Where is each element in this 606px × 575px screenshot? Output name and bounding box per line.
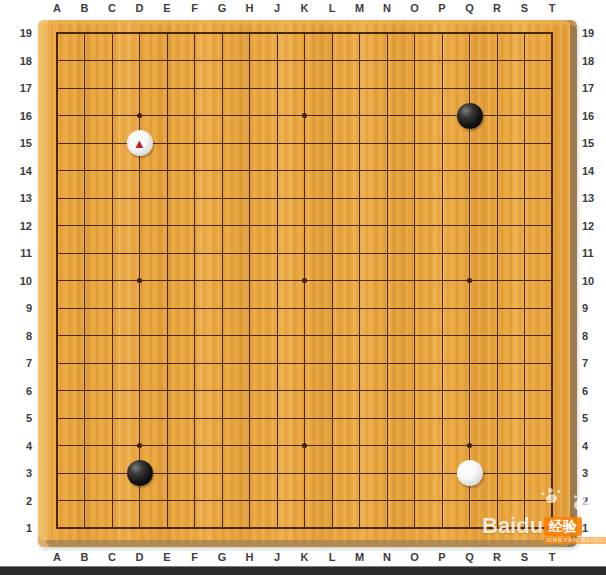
row-label-left-14: 14 (8, 164, 32, 178)
col-label-top-N: N (377, 2, 397, 14)
baidu-jingyan-watermark: Baidu 经验 JINGYAN.BAIDU.COM (478, 492, 606, 546)
row-label-right-16: 16 (582, 109, 606, 123)
row-label-right-6: 6 (582, 384, 606, 398)
row-label-right-10: 10 (582, 274, 606, 288)
row-label-left-9: 9 (8, 301, 32, 315)
row-label-right-11: 11 (582, 246, 606, 260)
row-label-left-7: 7 (8, 356, 32, 370)
paw-icon (573, 498, 589, 512)
col-label-top-S: S (515, 2, 535, 14)
stones-layer: ▲ (43, 19, 566, 542)
col-label-top-Q: Q (460, 2, 480, 14)
row-label-left-6: 6 (8, 384, 32, 398)
col-label-top-C: C (102, 2, 122, 14)
col-label-bottom-B: B (75, 551, 95, 563)
col-label-bottom-P: P (432, 551, 452, 563)
row-label-right-18: 18 (582, 54, 606, 68)
row-label-right-19: 19 (582, 26, 606, 40)
stone-black-D3 (127, 460, 153, 486)
col-label-bottom-C: C (102, 551, 122, 563)
watermark-subtext: JINGYAN.BAIDU.COM (544, 537, 606, 544)
col-label-top-M: M (350, 2, 370, 14)
row-label-right-9: 9 (582, 301, 606, 315)
row-label-left-8: 8 (8, 329, 32, 343)
row-label-right-3: 3 (582, 466, 606, 480)
row-label-right-17: 17 (582, 81, 606, 95)
row-label-right-4: 4 (582, 439, 606, 453)
col-label-top-F: F (185, 2, 205, 14)
col-label-bottom-E: E (157, 551, 177, 563)
col-label-top-R: R (487, 2, 507, 14)
watermark-badge: 经验 (544, 517, 582, 536)
row-label-left-12: 12 (8, 219, 32, 233)
col-label-top-J: J (267, 2, 287, 14)
row-label-left-2: 2 (8, 494, 32, 508)
row-label-left-15: 15 (8, 136, 32, 150)
col-label-bottom-A: A (47, 551, 67, 563)
row-label-right-12: 12 (582, 219, 606, 233)
col-label-top-H: H (240, 2, 260, 14)
col-label-bottom-O: O (405, 551, 425, 563)
stone-white-Q3 (457, 460, 483, 486)
row-label-right-5: 5 (582, 411, 606, 425)
row-label-left-16: 16 (8, 109, 32, 123)
row-label-right-7: 7 (582, 356, 606, 370)
col-label-top-P: P (432, 2, 452, 14)
row-label-left-5: 5 (8, 411, 32, 425)
col-label-bottom-K: K (295, 551, 315, 563)
row-label-left-19: 19 (8, 26, 32, 40)
col-label-bottom-H: H (240, 551, 260, 563)
col-label-bottom-N: N (377, 551, 397, 563)
col-label-bottom-M: M (350, 551, 370, 563)
col-label-bottom-S: S (515, 551, 535, 563)
window-bottom-bar (0, 566, 606, 575)
col-label-bottom-Q: Q (460, 551, 480, 563)
col-label-top-T: T (542, 2, 562, 14)
col-label-top-L: L (322, 2, 342, 14)
paw-icon (545, 493, 557, 503)
row-label-left-10: 10 (8, 274, 32, 288)
row-label-left-4: 4 (8, 439, 32, 453)
stone-black-Q16 (457, 103, 483, 129)
screenshot-canvas: ▲ ABCDEFGHJKLMNOPQRST ABCDEFGHJKLMNOPQRS… (0, 0, 606, 575)
row-label-right-15: 15 (582, 136, 606, 150)
col-label-bottom-L: L (322, 551, 342, 563)
go-board[interactable]: ▲ ABCDEFGHJKLMNOPQRST ABCDEFGHJKLMNOPQRS… (38, 20, 577, 547)
col-label-top-O: O (405, 2, 425, 14)
col-label-top-E: E (157, 2, 177, 14)
row-label-left-13: 13 (8, 191, 32, 205)
col-label-bottom-J: J (267, 551, 287, 563)
col-label-bottom-R: R (487, 551, 507, 563)
row-label-right-13: 13 (582, 191, 606, 205)
stone-white-D15: ▲ (127, 130, 153, 156)
col-label-bottom-T: T (542, 551, 562, 563)
row-label-left-18: 18 (8, 54, 32, 68)
watermark-brand-text: Baidu (482, 513, 543, 539)
col-label-top-B: B (75, 2, 95, 14)
col-label-top-K: K (295, 2, 315, 14)
col-label-bottom-F: F (185, 551, 205, 563)
row-label-right-14: 14 (582, 164, 606, 178)
row-label-left-3: 3 (8, 466, 32, 480)
row-label-left-17: 17 (8, 81, 32, 95)
col-label-top-G: G (212, 2, 232, 14)
row-label-left-1: 1 (8, 521, 32, 535)
col-label-top-D: D (130, 2, 150, 14)
row-label-left-11: 11 (8, 246, 32, 260)
last-move-triangle-marker: ▲ (133, 137, 146, 150)
col-label-bottom-D: D (130, 551, 150, 563)
row-label-right-8: 8 (582, 329, 606, 343)
col-label-bottom-G: G (212, 551, 232, 563)
col-label-top-A: A (47, 2, 67, 14)
